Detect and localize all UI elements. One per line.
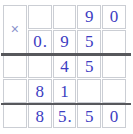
- cell-r2c2: 0.: [28, 30, 52, 54]
- cell-r5c4: 5: [77, 104, 101, 128]
- cell-r4c2: 8: [28, 79, 52, 103]
- cell-r5c3: 5.: [53, 104, 77, 128]
- cell-r4c4: [77, 79, 101, 103]
- cell-r5c2: 8: [28, 104, 52, 128]
- cell-r4c1: [3, 79, 27, 103]
- cell-r3c5: [102, 55, 126, 79]
- cell-r1c2: [28, 5, 52, 29]
- cell-r4c5: [102, 79, 126, 103]
- cell-r2c3: 9: [53, 30, 77, 54]
- cell-r3c4: 5: [77, 55, 101, 79]
- cell-r3c3: 4: [53, 55, 77, 79]
- long-multiplication-worksheet: × 900.95458185.50: [0, 0, 133, 134]
- cell-r1c4: 9: [77, 5, 101, 29]
- multiplication-grid: × 900.95458185.50: [3, 5, 126, 128]
- cell-r5c1: [3, 104, 27, 128]
- cell-r2c5: [102, 30, 126, 54]
- cell-r5c5: 0: [102, 104, 126, 128]
- cell-r3c1: [3, 55, 27, 79]
- partial-products-rule: [1, 53, 131, 56]
- multiply-sign: ×: [3, 5, 27, 54]
- cell-r4c3: 1: [53, 79, 77, 103]
- cell-r2c4: 5: [77, 30, 101, 54]
- answer-rule: [1, 103, 131, 106]
- cell-r3c2: [28, 55, 52, 79]
- cell-r1c3: [53, 5, 77, 29]
- cell-r1c5: 0: [102, 5, 126, 29]
